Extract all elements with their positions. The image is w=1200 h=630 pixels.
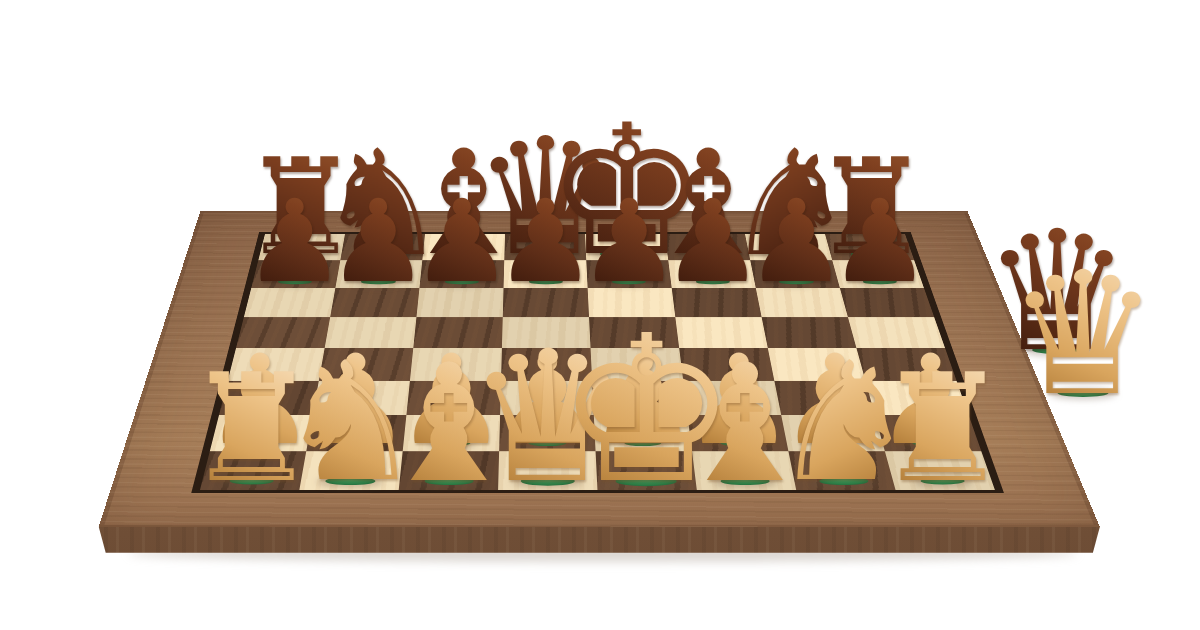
- piece-dark-pawn-h7: ♟: [829, 185, 931, 299]
- pieces-layer: ♜♞♝♛♚♝♞♜♟♟♟♟♟♟♟♟♟♟♟♟♟♟♟♟♜♞♝♛♚♝♞♜♛♛: [0, 0, 1200, 630]
- chess-set-photo: ♜♞♝♛♚♝♞♜♟♟♟♟♟♟♟♟♟♟♟♟♟♟♟♟♜♞♝♛♚♝♞♜♛♛: [0, 0, 1200, 630]
- spare-light-queen: ♛: [1007, 249, 1159, 419]
